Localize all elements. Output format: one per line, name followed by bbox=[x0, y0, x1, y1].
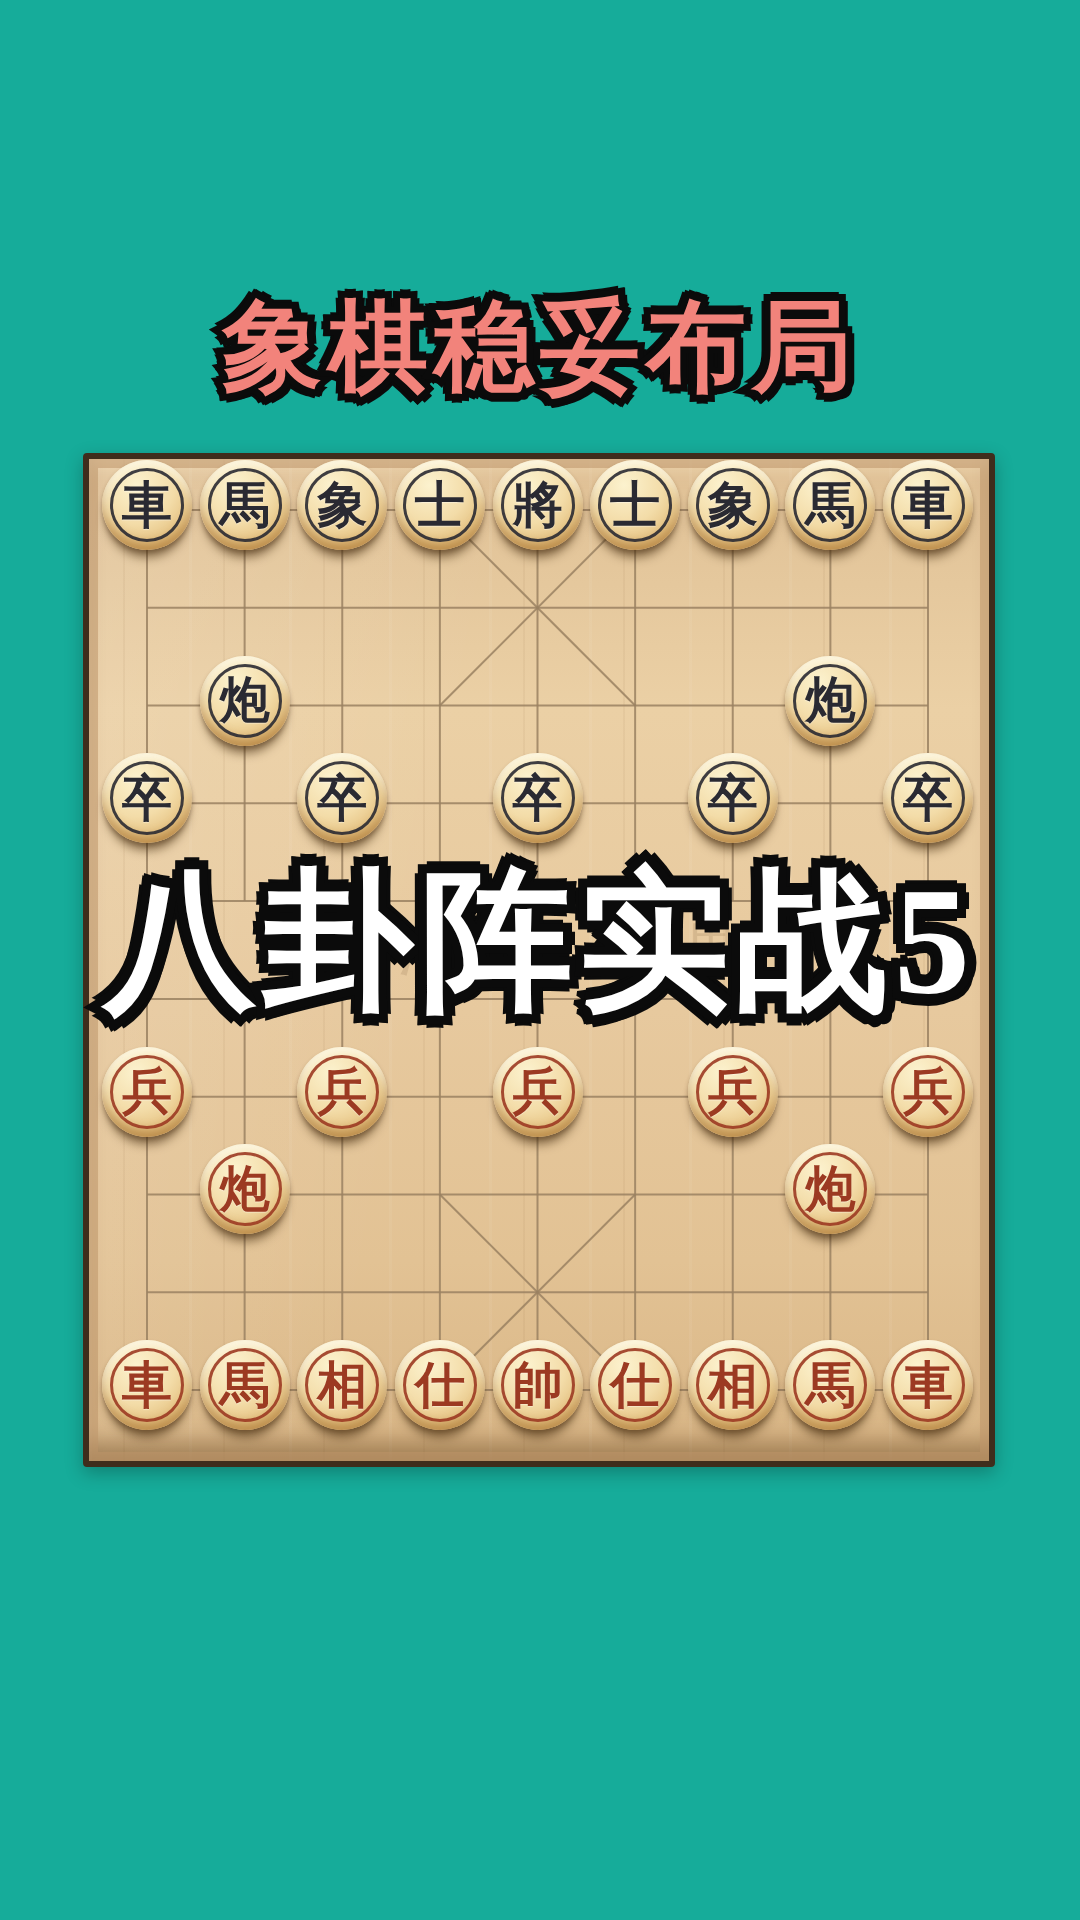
piece-character: 炮 bbox=[785, 656, 875, 746]
piece-character: 車 bbox=[883, 1340, 973, 1430]
page-background: 象棋稳妥布局 楚河 汉界 車馬象士將士象馬車炮炮卒卒卒卒卒兵兵兵兵兵炮炮車馬相仕… bbox=[0, 0, 1080, 1920]
piece-character: 車 bbox=[883, 460, 973, 550]
piece-black-chariot[interactable]: 車 bbox=[102, 460, 192, 550]
piece-character: 卒 bbox=[297, 753, 387, 843]
piece-black-soldier[interactable]: 卒 bbox=[493, 753, 583, 843]
piece-red-cannon[interactable]: 炮 bbox=[200, 1144, 290, 1234]
piece-character: 馬 bbox=[785, 1340, 875, 1430]
piece-character: 炮 bbox=[200, 656, 290, 746]
piece-character: 車 bbox=[102, 1340, 192, 1430]
piece-character: 帥 bbox=[493, 1340, 583, 1430]
piece-red-elephant[interactable]: 相 bbox=[688, 1340, 778, 1430]
piece-black-cannon[interactable]: 炮 bbox=[785, 656, 875, 746]
piece-red-soldier[interactable]: 兵 bbox=[493, 1047, 583, 1137]
piece-character: 炮 bbox=[785, 1144, 875, 1234]
piece-red-soldier[interactable]: 兵 bbox=[883, 1047, 973, 1137]
piece-red-chariot[interactable]: 車 bbox=[883, 1340, 973, 1430]
piece-red-soldier[interactable]: 兵 bbox=[297, 1047, 387, 1137]
piece-character: 兵 bbox=[102, 1047, 192, 1137]
page-title: 象棋稳妥布局 bbox=[0, 298, 1080, 398]
piece-character: 象 bbox=[688, 460, 778, 550]
piece-red-horse[interactable]: 馬 bbox=[200, 1340, 290, 1430]
piece-black-chariot[interactable]: 車 bbox=[883, 460, 973, 550]
piece-character: 兵 bbox=[297, 1047, 387, 1137]
piece-character: 士 bbox=[395, 460, 485, 550]
piece-character: 將 bbox=[493, 460, 583, 550]
piece-character: 卒 bbox=[493, 753, 583, 843]
piece-character: 相 bbox=[297, 1340, 387, 1430]
piece-black-horse[interactable]: 馬 bbox=[200, 460, 290, 550]
piece-character: 炮 bbox=[200, 1144, 290, 1234]
piece-character: 兵 bbox=[883, 1047, 973, 1137]
piece-black-horse[interactable]: 馬 bbox=[785, 460, 875, 550]
piece-black-advisor[interactable]: 士 bbox=[395, 460, 485, 550]
piece-character: 卒 bbox=[883, 753, 973, 843]
piece-character: 仕 bbox=[395, 1340, 485, 1430]
piece-red-horse[interactable]: 馬 bbox=[785, 1340, 875, 1430]
piece-character: 車 bbox=[102, 460, 192, 550]
piece-black-soldier[interactable]: 卒 bbox=[102, 753, 192, 843]
piece-black-general[interactable]: 將 bbox=[493, 460, 583, 550]
piece-black-elephant[interactable]: 象 bbox=[688, 460, 778, 550]
piece-character: 卒 bbox=[688, 753, 778, 843]
piece-black-elephant[interactable]: 象 bbox=[297, 460, 387, 550]
piece-red-general[interactable]: 帥 bbox=[493, 1340, 583, 1430]
piece-character: 馬 bbox=[785, 460, 875, 550]
piece-character: 馬 bbox=[200, 1340, 290, 1430]
piece-black-advisor[interactable]: 士 bbox=[590, 460, 680, 550]
piece-black-cannon[interactable]: 炮 bbox=[200, 656, 290, 746]
piece-red-advisor[interactable]: 仕 bbox=[590, 1340, 680, 1430]
piece-red-advisor[interactable]: 仕 bbox=[395, 1340, 485, 1430]
piece-red-chariot[interactable]: 車 bbox=[102, 1340, 192, 1430]
piece-black-soldier[interactable]: 卒 bbox=[297, 753, 387, 843]
piece-black-soldier[interactable]: 卒 bbox=[883, 753, 973, 843]
piece-character: 卒 bbox=[102, 753, 192, 843]
piece-character: 仕 bbox=[590, 1340, 680, 1430]
piece-red-elephant[interactable]: 相 bbox=[297, 1340, 387, 1430]
piece-red-soldier[interactable]: 兵 bbox=[688, 1047, 778, 1137]
piece-character: 兵 bbox=[493, 1047, 583, 1137]
piece-character: 馬 bbox=[200, 460, 290, 550]
piece-red-cannon[interactable]: 炮 bbox=[785, 1144, 875, 1234]
piece-black-soldier[interactable]: 卒 bbox=[688, 753, 778, 843]
piece-red-soldier[interactable]: 兵 bbox=[102, 1047, 192, 1137]
piece-character: 兵 bbox=[688, 1047, 778, 1137]
piece-character: 士 bbox=[590, 460, 680, 550]
overlay-caption: 八卦阵实战5 bbox=[0, 866, 1080, 1018]
piece-character: 相 bbox=[688, 1340, 778, 1430]
piece-character: 象 bbox=[297, 460, 387, 550]
